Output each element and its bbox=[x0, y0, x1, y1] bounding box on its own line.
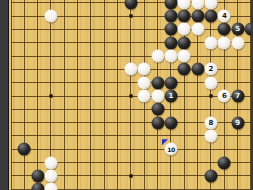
black-stone[interactable] bbox=[191, 63, 204, 76]
white-stone[interactable] bbox=[204, 0, 217, 9]
white-stone[interactable] bbox=[138, 76, 151, 89]
white-stone[interactable] bbox=[178, 0, 191, 9]
black-stone[interactable] bbox=[204, 169, 217, 182]
white-stone[interactable] bbox=[178, 50, 191, 63]
star-point bbox=[129, 14, 133, 18]
black-stone[interactable] bbox=[31, 183, 44, 190]
white-stone[interactable]: 6 bbox=[218, 90, 231, 103]
black-stone[interactable] bbox=[151, 116, 164, 129]
grid-row-line bbox=[11, 56, 252, 57]
star-point bbox=[129, 174, 133, 178]
move-number-label: 9 bbox=[235, 119, 240, 126]
white-stone[interactable] bbox=[138, 63, 151, 76]
black-stone[interactable]: 5 bbox=[231, 23, 244, 36]
black-stone[interactable] bbox=[124, 0, 137, 9]
move-number-label: 4 bbox=[222, 13, 227, 20]
black-stone[interactable] bbox=[164, 116, 177, 129]
white-stone[interactable] bbox=[191, 23, 204, 36]
white-stone[interactable] bbox=[44, 169, 57, 182]
white-stone[interactable]: 4 bbox=[218, 10, 231, 23]
left-border-bar bbox=[0, 0, 9, 190]
black-stone[interactable] bbox=[164, 10, 177, 23]
white-stone[interactable]: 8 bbox=[204, 116, 217, 129]
white-stone[interactable] bbox=[178, 23, 191, 36]
move-number-label: 6 bbox=[222, 93, 227, 100]
white-stone[interactable] bbox=[231, 36, 244, 49]
white-stone[interactable] bbox=[164, 50, 177, 63]
black-stone[interactable] bbox=[204, 10, 217, 23]
star-point bbox=[129, 94, 133, 98]
star-point bbox=[209, 94, 213, 98]
black-stone[interactable]: 7 bbox=[231, 90, 244, 103]
black-stone[interactable] bbox=[178, 63, 191, 76]
white-stone[interactable] bbox=[204, 76, 217, 89]
white-stone[interactable] bbox=[151, 90, 164, 103]
black-stone[interactable]: 1 bbox=[164, 90, 177, 103]
white-stone[interactable] bbox=[218, 36, 231, 49]
black-stone[interactable] bbox=[31, 169, 44, 182]
black-stone[interactable] bbox=[178, 36, 191, 49]
white-stone[interactable] bbox=[204, 36, 217, 49]
white-stone[interactable] bbox=[204, 129, 217, 142]
right-border-bar bbox=[251, 0, 253, 190]
move-number-label: 7 bbox=[235, 93, 240, 100]
move-number-label: 8 bbox=[209, 119, 214, 126]
white-stone[interactable] bbox=[44, 183, 57, 190]
white-stone[interactable] bbox=[191, 0, 204, 9]
black-stone[interactable] bbox=[164, 36, 177, 49]
go-board[interactable]: 5179426810 bbox=[0, 0, 253, 190]
white-stone[interactable] bbox=[124, 63, 137, 76]
white-stone[interactable] bbox=[44, 156, 57, 169]
move-number-label: 2 bbox=[209, 66, 214, 73]
white-stone[interactable]: 2 bbox=[204, 63, 217, 76]
black-stone[interactable] bbox=[178, 10, 191, 23]
white-stone[interactable]: 10 bbox=[164, 143, 177, 156]
white-stone[interactable] bbox=[138, 90, 151, 103]
grid-row-line bbox=[11, 109, 252, 110]
black-stone[interactable] bbox=[164, 23, 177, 36]
white-stone[interactable] bbox=[151, 50, 164, 63]
black-stone[interactable] bbox=[151, 103, 164, 116]
move-number-label: 10 bbox=[167, 146, 174, 153]
grid-row-line bbox=[11, 149, 252, 150]
grid-row-line bbox=[11, 29, 252, 30]
white-stone[interactable] bbox=[44, 10, 57, 23]
go-app-screenshot: 5179426810 bbox=[0, 0, 253, 190]
black-stone[interactable]: 9 bbox=[231, 116, 244, 129]
black-stone[interactable] bbox=[151, 76, 164, 89]
black-stone[interactable] bbox=[218, 23, 231, 36]
black-stone[interactable] bbox=[218, 156, 231, 169]
star-point bbox=[49, 94, 53, 98]
black-stone[interactable] bbox=[191, 10, 204, 23]
black-stone[interactable] bbox=[18, 143, 31, 156]
black-stone[interactable] bbox=[164, 0, 177, 9]
move-number-label: 5 bbox=[235, 26, 240, 33]
black-stone[interactable] bbox=[164, 76, 177, 89]
move-number-label: 1 bbox=[169, 93, 174, 100]
